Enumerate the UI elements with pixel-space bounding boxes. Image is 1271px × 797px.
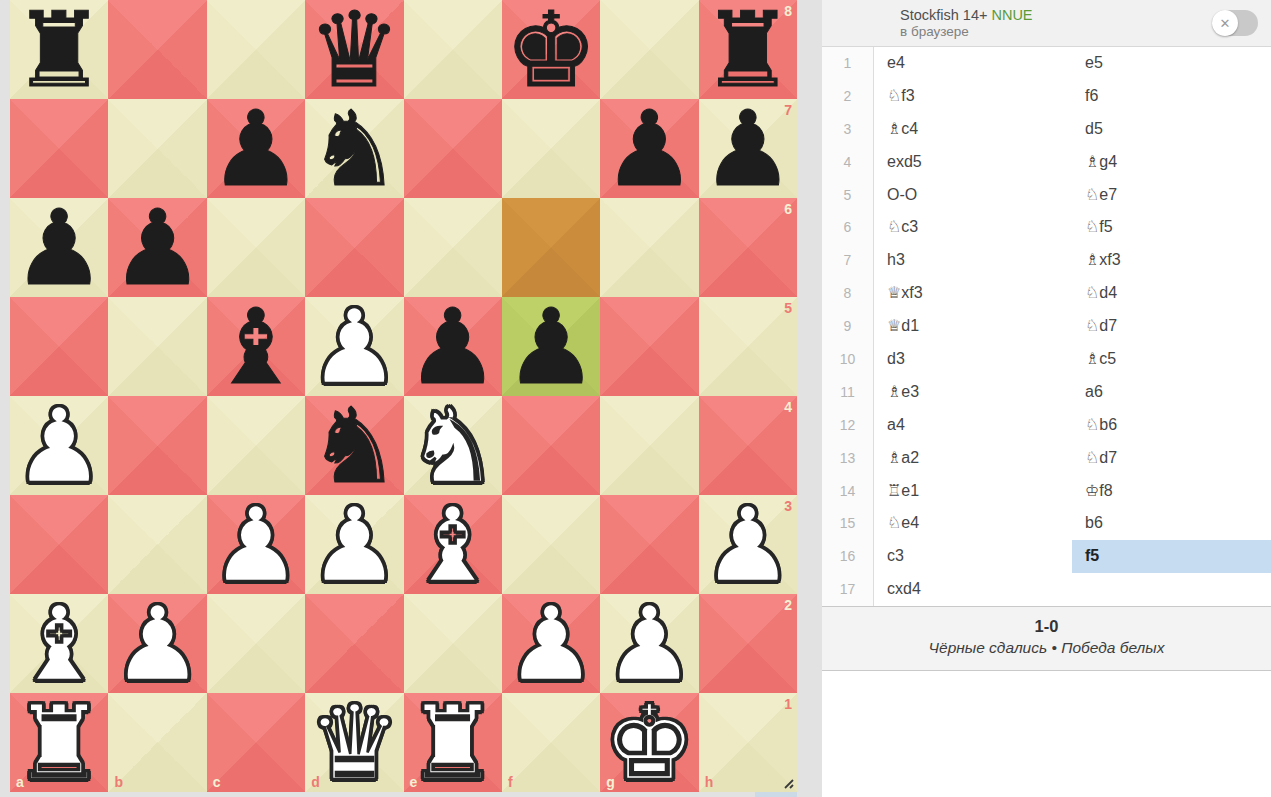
coord-rank-8: 8 [784,3,792,19]
square-d4[interactable]: ♞ [305,396,403,495]
move-10-black[interactable]: ♗c5 [1072,343,1271,376]
move-number-7: 7 [822,244,874,277]
move-3-black[interactable]: d5 [1072,113,1271,146]
piece-white-rook[interactable]: ♜ [13,694,106,792]
square-e4[interactable]: ♞ [404,396,502,495]
square-h7[interactable]: 7♟ [699,99,797,198]
square-c8[interactable] [207,0,305,99]
square-g1[interactable]: g♚ [600,693,698,792]
move-row-3: 3♗c4d5 [822,113,1271,146]
coord-rank-2: 2 [784,597,792,613]
square-c4[interactable] [207,396,305,495]
coord-file-b: b [114,774,123,790]
move-row-12: 12a4♘b6 [822,409,1271,442]
square-e7[interactable] [404,99,502,198]
move-row-16: 16c3f5 [822,540,1271,573]
coord-file-a: a [16,774,24,790]
move-17-white[interactable]: cxd4 [874,573,1072,606]
move-13-white[interactable]: ♗a2 [874,442,1072,475]
piece-white-pawn[interactable]: ♟ [308,496,401,594]
result-text: Чёрные сдались • Победа белых [822,637,1271,659]
square-b3[interactable] [108,495,206,594]
move-2-white[interactable]: ♘f3 [874,80,1072,113]
move-list: 1e4e52♘f3f63♗c4d54exd5♗g45O-O♘e76♘c3♘f57… [822,47,1271,606]
square-b8[interactable] [108,0,206,99]
move-15-black[interactable]: b6 [1072,507,1271,540]
move-row-9: 9♕d1♘d7 [822,310,1271,343]
move-number-14: 14 [822,475,874,508]
coord-file-h: h [705,774,714,790]
move-13-black[interactable]: ♘d7 [1072,442,1271,475]
coord-rank-6: 6 [784,201,792,217]
piece-white-pawn[interactable]: ♟ [209,496,302,594]
move-row-11: 11♗e3a6 [822,376,1271,409]
engine-name-text: Stockfish 14+ [900,7,987,23]
square-c6[interactable] [207,198,305,297]
toggle-cross-icon: ✕ [1220,16,1231,31]
piece-black-pawn[interactable]: ♟ [701,100,794,198]
square-d8[interactable]: ♛ [305,0,403,99]
square-f2[interactable]: ♟ [502,594,600,693]
piece-white-pawn[interactable]: ♟ [13,397,106,495]
coord-rank-3: 3 [784,498,792,514]
square-a5[interactable] [10,297,108,396]
square-c2[interactable] [207,594,305,693]
move-9-black[interactable]: ♘d7 [1072,310,1271,343]
square-f6[interactable] [502,198,600,297]
piece-white-queen[interactable]: ♛ [308,694,401,792]
coord-rank-5: 5 [784,300,792,316]
engine-toggle[interactable]: ✕ [1212,10,1258,36]
square-g4[interactable] [600,396,698,495]
square-h8[interactable]: 8♜ [699,0,797,99]
piece-black-pawn[interactable]: ♟ [111,199,204,297]
move-row-8: 8♕xf3♘d4 [822,277,1271,310]
coord-rank-4: 4 [784,399,792,415]
square-a4[interactable]: ♟ [10,396,108,495]
move-17-black [1072,573,1271,606]
square-b7[interactable] [108,99,206,198]
square-a7[interactable] [10,99,108,198]
horizontal-scrollbar-thumb[interactable] [755,792,797,797]
square-e8[interactable] [404,0,502,99]
piece-white-knight[interactable]: ♞ [406,397,499,495]
move-2-black[interactable]: f6 [1072,80,1271,113]
piece-white-pawn[interactable]: ♟ [308,298,401,396]
move-11-black[interactable]: a6 [1072,376,1271,409]
move-14-white[interactable]: ♖e1 [874,475,1072,508]
move-number-12: 12 [822,409,874,442]
move-row-1: 1e4e5 [822,47,1271,80]
square-d6[interactable] [305,198,403,297]
move-row-7: 7h3♗xf3 [822,244,1271,277]
move-number-2: 2 [822,80,874,113]
square-e5[interactable]: ♟ [404,297,502,396]
move-row-4: 4exd5♗g4 [822,146,1271,179]
move-14-black[interactable]: ♔f8 [1072,475,1271,508]
move-row-5: 5O-O♘e7 [822,179,1271,212]
square-f7[interactable] [502,99,600,198]
piece-black-pawn[interactable]: ♟ [13,199,106,297]
square-a3[interactable] [10,495,108,594]
move-5-white[interactable]: O-O [874,179,1072,212]
chess-board: ♜♛♚8♜♟♞♟7♟♟♟6♝♟♟♟5♟♞♞4♟♟♝3♟♝♟♟♟2a♜bcd♛e♜… [10,0,797,792]
square-f5[interactable]: ♟ [502,297,600,396]
move-number-11: 11 [822,376,874,409]
square-g5[interactable] [600,297,698,396]
piece-black-pawn[interactable]: ♟ [603,100,696,198]
square-e2[interactable] [404,594,502,693]
square-h2[interactable]: 2 [699,594,797,693]
square-f3[interactable] [502,495,600,594]
move-11-white[interactable]: ♗e3 [874,376,1072,409]
square-h5[interactable]: 5 [699,297,797,396]
move-number-17: 17 [822,573,874,606]
square-b2[interactable]: ♟ [108,594,206,693]
square-g7[interactable]: ♟ [600,99,698,198]
piece-black-pawn[interactable]: ♟ [504,298,597,396]
square-f4[interactable] [502,396,600,495]
square-d7[interactable]: ♞ [305,99,403,198]
square-d1[interactable]: d♛ [305,693,403,792]
square-e1[interactable]: e♜ [404,693,502,792]
move-number-9: 9 [822,310,874,343]
move-number-10: 10 [822,343,874,376]
board-resize-handle[interactable] [779,774,794,789]
square-a8[interactable]: ♜ [10,0,108,99]
piece-black-queen[interactable]: ♛ [308,1,401,99]
move-row-2: 2♘f3f6 [822,80,1271,113]
move-number-13: 13 [822,442,874,475]
move-15-white[interactable]: ♘e4 [874,507,1072,540]
engine-nnue-badge: NNUE [991,7,1032,23]
coord-rank-7: 7 [784,102,792,118]
square-b5[interactable] [108,297,206,396]
move-12-black[interactable]: ♘b6 [1072,409,1271,442]
square-d3[interactable]: ♟ [305,495,403,594]
coord-file-d: d [311,774,320,790]
engine-header: Stockfish 14+NNUE в браузере ✕ [822,0,1271,47]
move-7-white[interactable]: h3 [874,244,1072,277]
move-number-8: 8 [822,277,874,310]
piece-white-pawn[interactable]: ♟ [111,595,204,693]
engine-toggle-knob[interactable]: ✕ [1212,10,1238,36]
coord-file-f: f [508,774,513,790]
move-4-white[interactable]: exd5 [874,146,1072,179]
result-block: 1-0 Чёрные сдались • Победа белых [822,606,1271,671]
move-3-white[interactable]: ♗c4 [874,113,1072,146]
square-b4[interactable] [108,396,206,495]
square-c5[interactable]: ♝ [207,297,305,396]
piece-white-rook[interactable]: ♜ [406,694,499,792]
move-row-6: 6♘c3♘f5 [822,211,1271,244]
result-score: 1-0 [822,615,1271,637]
piece-white-pawn[interactable]: ♟ [603,595,696,693]
move-number-4: 4 [822,146,874,179]
move-row-13: 13♗a2♘d7 [822,442,1271,475]
square-a6[interactable]: ♟ [10,198,108,297]
piece-black-knight[interactable]: ♞ [308,100,401,198]
move-1-white[interactable]: e4 [874,47,1072,80]
move-number-6: 6 [822,211,874,244]
square-b1[interactable]: b [108,693,206,792]
square-a2[interactable]: ♝ [10,594,108,693]
coord-file-e: e [410,774,418,790]
piece-white-pawn[interactable]: ♟ [504,595,597,693]
move-10-white[interactable]: d3 [874,343,1072,376]
board-area: ♜♛♚8♜♟♞♟7♟♟♟6♝♟♟♟5♟♞♞4♟♟♝3♟♝♟♟♟2a♜bcd♛e♜… [10,0,797,792]
move-12-white[interactable]: a4 [874,409,1072,442]
square-d5[interactable]: ♟ [305,297,403,396]
move-4-black[interactable]: ♗g4 [1072,146,1271,179]
square-g3[interactable] [600,495,698,594]
piece-black-rook[interactable]: ♜ [701,1,794,99]
piece-white-pawn[interactable]: ♟ [701,496,794,594]
piece-black-king[interactable]: ♚ [504,1,597,99]
move-number-15: 15 [822,507,874,540]
move-5-black[interactable]: ♘e7 [1072,179,1271,212]
analysis-panel: Stockfish 14+NNUE в браузере ✕ 1e4e52♘f3… [822,0,1271,797]
piece-white-king[interactable]: ♚ [603,694,696,792]
coord-rank-1: 1 [784,696,792,712]
piece-black-pawn[interactable]: ♟ [209,100,302,198]
move-8-white[interactable]: ♕xf3 [874,277,1072,310]
move-6-white[interactable]: ♘c3 [874,211,1072,244]
square-d2[interactable] [305,594,403,693]
coord-file-g: g [606,774,615,790]
square-h4[interactable]: 4 [699,396,797,495]
piece-black-pawn[interactable]: ♟ [406,298,499,396]
move-number-1: 1 [822,47,874,80]
move-row-17: 17cxd4 [822,573,1271,606]
move-1-black[interactable]: e5 [1072,47,1271,80]
square-c7[interactable]: ♟ [207,99,305,198]
piece-black-rook[interactable]: ♜ [13,1,106,99]
move-8-black[interactable]: ♘d4 [1072,277,1271,310]
move-6-black[interactable]: ♘f5 [1072,211,1271,244]
move-row-10: 10d3♗c5 [822,343,1271,376]
coord-file-c: c [213,774,221,790]
move-number-16: 16 [822,540,874,573]
square-c1[interactable]: c [207,693,305,792]
move-16-white[interactable]: c3 [874,540,1072,573]
move-number-5: 5 [822,179,874,212]
square-f1[interactable]: f [502,693,600,792]
move-16-black[interactable]: f5 [1072,540,1271,573]
piece-white-bishop[interactable]: ♝ [406,496,499,594]
square-f8[interactable]: ♚ [502,0,600,99]
square-c3[interactable]: ♟ [207,495,305,594]
square-g8[interactable] [600,0,698,99]
square-g2[interactable]: ♟ [600,594,698,693]
square-b6[interactable]: ♟ [108,198,206,297]
move-7-black[interactable]: ♗xf3 [1072,244,1271,277]
move-9-white[interactable]: ♕d1 [874,310,1072,343]
move-row-15: 15♘e4b6 [822,507,1271,540]
square-h6[interactable]: 6 [699,198,797,297]
square-h3[interactable]: 3♟ [699,495,797,594]
square-e3[interactable]: ♝ [404,495,502,594]
move-row-14: 14♖e1♔f8 [822,475,1271,508]
move-number-3: 3 [822,113,874,146]
square-a1[interactable]: a♜ [10,693,108,792]
square-e6[interactable] [404,198,502,297]
piece-black-bishop[interactable]: ♝ [209,298,302,396]
piece-white-bishop[interactable]: ♝ [13,595,106,693]
piece-black-knight[interactable]: ♞ [308,397,401,495]
square-g6[interactable] [600,198,698,297]
